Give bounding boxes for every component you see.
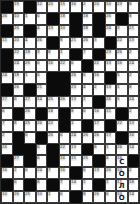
cell-r15c10[interactable]: 26 [105, 167, 117, 179]
cell-r16c12[interactable]: 18 [128, 179, 140, 191]
cell-number: 6 [60, 133, 63, 138]
cell-r16c6[interactable]: 7 [59, 179, 71, 191]
cell-r5c8[interactable]: 7 [82, 49, 94, 61]
cell-r14c8[interactable]: 25 [82, 155, 94, 167]
cell-number: 13 [129, 121, 135, 126]
cell-r1c10[interactable]: 10 [105, 1, 117, 13]
cell-r4c8[interactable]: 26 [82, 37, 94, 49]
cell-r1c6[interactable]: 15 [59, 1, 71, 13]
cell-r9c5[interactable]: 25 [47, 96, 59, 108]
cell-r15c8[interactable]: 6 [82, 167, 94, 179]
black-cell-r10c2 [13, 108, 25, 120]
black-cell-r12c11 [116, 132, 128, 144]
cell-number: 8 [83, 192, 86, 197]
black-cell-r11c6 [59, 120, 71, 132]
given-letter: О [117, 195, 127, 202]
black-cell-r13c3 [24, 144, 36, 156]
cell-r15c12[interactable]: 2 [128, 167, 140, 179]
cell-r6c11[interactable]: 16 [116, 60, 128, 72]
cell-number: 8 [94, 145, 97, 150]
cell-number: 22 [60, 145, 66, 150]
cell-number: 2 [129, 109, 132, 114]
cell-number: 8 [14, 121, 17, 126]
cell-r6c4[interactable]: 6 [36, 60, 48, 72]
cell-number: 13 [129, 38, 135, 43]
cell-number: 14 [129, 192, 135, 197]
codeword-grid: 1512201516220102382610161818268264131018… [0, 0, 140, 204]
cell-r12c12[interactable]: 16 [128, 132, 140, 144]
cell-number: 26 [14, 26, 20, 31]
cell-number: 26 [60, 97, 66, 102]
cell-number: 18 [48, 109, 54, 114]
cell-number: 1 [48, 192, 51, 197]
cell-number: 17 [2, 97, 8, 102]
cell-number: 26 [2, 14, 8, 19]
cell-number: 1 [83, 97, 86, 102]
cell-number: 20 [14, 38, 20, 43]
cell-r3c6[interactable]: 10 [59, 25, 71, 37]
cell-r4c9[interactable]: 3 [93, 37, 105, 49]
cell-r4c6[interactable]: 8 [59, 37, 71, 49]
cell-r9c11[interactable]: 5 [116, 96, 128, 108]
cell-r9c1[interactable]: 17 [1, 96, 13, 108]
cell-number: 23 [71, 85, 77, 90]
cell-r7c4[interactable]: 6 [36, 72, 48, 84]
cell-r7c8[interactable]: 6 [82, 72, 94, 84]
cell-r15c6[interactable]: 16 [59, 167, 71, 179]
cell-number: 6 [37, 145, 40, 150]
cell-number: 14 [71, 180, 77, 185]
cell-r8c2[interactable]: 26 [13, 84, 25, 96]
cell-r7c9[interactable]: 16 [93, 72, 105, 84]
cell-number: 10 [14, 14, 20, 19]
cell-r6c2[interactable]: 24 [13, 60, 25, 72]
black-cell-r13c8 [82, 144, 94, 156]
cell-r13c11[interactable]: 26 [116, 144, 128, 156]
cell-r16c10[interactable]: 1 [105, 179, 117, 191]
cell-number: 2 [83, 2, 86, 7]
cell-r17c12[interactable]: 14 [128, 191, 140, 203]
black-cell-r3c9 [93, 25, 105, 37]
cell-number: 8 [71, 109, 74, 114]
cell-r10c10[interactable]: 11 [105, 108, 117, 120]
cell-number: 1 [106, 145, 109, 150]
black-cell-r3c7 [70, 25, 82, 37]
cell-r15c11[interactable]: 10О [116, 167, 128, 179]
cell-r5c5[interactable]: 8 [47, 49, 59, 61]
black-cell-r6c1 [1, 60, 13, 72]
cell-number: 6 [25, 133, 28, 138]
cell-r10c12[interactable]: 2 [128, 108, 140, 120]
cell-number: 12 [37, 2, 43, 7]
cell-number: 15 [71, 156, 77, 161]
cell-number: 26 [37, 38, 43, 43]
cell-r15c3[interactable]: 6 [24, 167, 36, 179]
cell-number: 6 [37, 14, 40, 19]
cell-number: 24 [14, 61, 20, 66]
cell-number: 26 [48, 133, 54, 138]
cell-r12c10[interactable]: 17 [105, 132, 117, 144]
cell-r7c12[interactable]: 2 [128, 72, 140, 84]
cell-r9c7[interactable]: 13 [70, 96, 82, 108]
cell-number: 26 [106, 168, 112, 173]
cell-number: 26 [117, 145, 123, 150]
black-cell-r11c8 [82, 120, 94, 132]
cell-r2c3[interactable]: 1 [24, 13, 36, 25]
black-cell-r12c4 [36, 132, 48, 144]
cell-number: 18 [83, 14, 89, 19]
black-cell-r4c5 [47, 37, 59, 49]
cell-r6c7[interactable]: 6 [70, 60, 82, 72]
cell-r5c4[interactable]: 3 [36, 49, 48, 61]
black-cell-r8c5 [47, 84, 59, 96]
cell-number: 16 [60, 168, 66, 173]
cell-r4c4[interactable]: 26 [36, 37, 48, 49]
cell-number: 3 [117, 26, 120, 31]
cell-r4c1[interactable]: 11 [1, 37, 13, 49]
cell-r10c1[interactable]: 6 [1, 108, 13, 120]
cell-r11c11[interactable]: 22 [116, 120, 128, 132]
cell-r8c4[interactable]: 21 [36, 84, 48, 96]
cell-number: 6 [37, 73, 40, 78]
cell-r15c2[interactable]: 2 [13, 167, 25, 179]
cell-r14c11[interactable]: 16С [116, 155, 128, 167]
cell-r13c1[interactable]: 26 [1, 144, 13, 156]
cell-r8c8[interactable]: 4 [82, 84, 94, 96]
cell-r12c6[interactable]: 6 [59, 132, 71, 144]
cell-number: 16 [2, 168, 8, 173]
cell-number: 24 [2, 73, 8, 78]
cell-r10c5[interactable]: 18 [47, 108, 59, 120]
cell-r6c12[interactable]: 24 [128, 60, 140, 72]
cell-r11c7[interactable]: 1 [70, 120, 82, 132]
cell-number: 1 [117, 85, 120, 90]
cell-number: 22 [117, 121, 123, 126]
cell-r14c10[interactable]: 6 [105, 155, 117, 167]
cell-number: 25 [48, 97, 54, 102]
cell-r7c2[interactable]: 18 [13, 72, 25, 84]
cell-r1c7[interactable]: 16 [70, 1, 82, 13]
cell-number: 6 [106, 156, 109, 161]
cell-r14c4[interactable]: 6 [36, 155, 48, 167]
cell-r11c4[interactable]: 26 [36, 120, 48, 132]
cell-r11c3[interactable]: 25 [24, 120, 36, 132]
cell-number: 13 [106, 85, 112, 90]
cell-number: 26 [25, 109, 31, 114]
cell-r15c1[interactable]: 16 [1, 167, 13, 179]
cell-number: 7 [60, 180, 63, 185]
black-cell-r2c7 [70, 13, 82, 25]
cell-r16c4[interactable]: 8 [36, 179, 48, 191]
cell-number: 6 [14, 180, 17, 185]
cell-r2c6[interactable]: 18 [59, 13, 71, 25]
cell-r4c12[interactable]: 13 [128, 37, 140, 49]
cell-number: 3 [94, 38, 97, 43]
cell-r7c11[interactable]: 5 [116, 72, 128, 84]
cell-number: 13 [106, 61, 112, 66]
black-cell-r4c10 [105, 37, 117, 49]
black-cell-r8c1 [1, 84, 13, 96]
cell-r16c8[interactable]: 1 [82, 179, 94, 191]
cell-r5c6[interactable]: 1 [59, 49, 71, 61]
cell-r6c5[interactable]: 16 [47, 60, 59, 72]
cell-number: 26 [14, 85, 20, 90]
cell-number: 22 [94, 61, 100, 66]
black-cell-r5c1 [1, 49, 13, 61]
cell-number: 16 [60, 156, 66, 161]
cell-r9c8[interactable]: 1 [82, 96, 94, 108]
cell-number: 26 [117, 50, 123, 55]
cell-number: 6 [25, 168, 28, 173]
cell-r3c8[interactable]: 18 [82, 25, 94, 37]
cell-number: 26 [94, 133, 100, 138]
cell-r11c9[interactable]: 17 [93, 120, 105, 132]
cell-number: 24 [129, 61, 135, 66]
cell-number: 1 [60, 50, 63, 55]
black-cell-r14c12 [128, 155, 140, 167]
cell-r17c4[interactable]: 10 [36, 191, 48, 203]
cell-number: 8 [37, 180, 40, 185]
black-cell-r7c5 [47, 72, 59, 84]
cell-r16c7[interactable]: 14 [70, 179, 82, 191]
cell-r10c7[interactable]: 8 [70, 108, 82, 120]
cell-r12c5[interactable]: 26 [47, 132, 59, 144]
cell-r4c11[interactable]: 22 [116, 37, 128, 49]
cell-number: 16 [94, 109, 100, 114]
cell-number: 21 [37, 85, 43, 90]
cell-r6c3[interactable]: 25 [24, 60, 36, 72]
cell-number: 10 [2, 192, 8, 197]
cell-r12c9[interactable]: 26 [93, 132, 105, 144]
cell-r11c1[interactable]: 7 [1, 120, 13, 132]
cell-r1c2[interactable]: 15 [13, 1, 25, 13]
black-cell-r17c7 [70, 191, 82, 203]
cell-number: 27 [25, 97, 31, 102]
cell-number: 26 [94, 192, 100, 197]
cell-r1c11[interactable]: 23 [116, 1, 128, 13]
cell-r3c2[interactable]: 26 [13, 25, 25, 37]
black-cell-r14c1 [1, 155, 13, 167]
cell-number: 2 [94, 85, 97, 90]
cell-number: 6 [83, 73, 86, 78]
cell-r13c6[interactable]: 22 [59, 144, 71, 156]
cell-number: 2 [129, 50, 132, 55]
cell-r7c7[interactable]: 26 [70, 72, 82, 84]
black-cell-r16c5 [47, 179, 59, 191]
cell-r6c9[interactable]: 22 [93, 60, 105, 72]
black-cell-r8c3 [24, 84, 36, 96]
cell-r2c1[interactable]: 26 [1, 13, 13, 25]
cell-r2c12[interactable]: 8 [128, 13, 140, 25]
cell-r12c1[interactable]: 2 [1, 132, 13, 144]
cell-r1c9[interactable]: 20 [93, 1, 105, 13]
cell-r10c8[interactable]: 6 [82, 108, 94, 120]
cell-r6c10[interactable]: 13 [105, 60, 117, 72]
cell-number: 4 [37, 26, 40, 31]
cell-number: 8 [60, 38, 63, 43]
cell-number: 13 [71, 97, 77, 102]
cell-r13c10[interactable]: 1 [105, 144, 117, 156]
cell-r14c7[interactable]: 15 [70, 155, 82, 167]
cell-r7c3[interactable]: 1 [24, 72, 36, 84]
cell-r9c12[interactable]: 24 [128, 96, 140, 108]
cell-number: 13 [71, 145, 77, 150]
cell-number: 21 [129, 26, 135, 31]
cell-r1c5[interactable]: 20 [47, 1, 59, 13]
black-cell-r5c7 [70, 49, 82, 61]
black-cell-r7c6 [59, 72, 71, 84]
cell-r9c2[interactable]: 6 [13, 96, 25, 108]
cell-r4c3[interactable]: 4 [24, 37, 36, 49]
cell-number: 22 [117, 38, 123, 43]
cell-number: 6 [60, 192, 63, 197]
cell-number: 6 [83, 109, 86, 114]
cell-r17c5[interactable]: 1 [47, 191, 59, 203]
cell-number: 26 [83, 133, 89, 138]
cell-r2c10[interactable]: 26 [105, 13, 117, 25]
cell-number: 6 [2, 109, 5, 114]
cell-r3c12[interactable]: 21 [128, 25, 140, 37]
cell-r13c9[interactable]: 8 [93, 144, 105, 156]
cell-r11c12[interactable]: 13 [128, 120, 140, 132]
cell-r8c7[interactable]: 23 [70, 84, 82, 96]
cell-r3c10[interactable]: 24 [105, 25, 117, 37]
cell-number: 10 [60, 26, 66, 31]
cell-number: 20 [94, 2, 100, 7]
cell-r5c12[interactable]: 2 [128, 49, 140, 61]
black-cell-r2c11 [116, 13, 128, 25]
cell-r9c3[interactable]: 27 [24, 96, 36, 108]
cell-r8c10[interactable]: 13 [105, 84, 117, 96]
cell-r12c7[interactable]: 24 [70, 132, 82, 144]
cell-r8c9[interactable]: 2 [93, 84, 105, 96]
cell-number: 6 [37, 61, 40, 66]
cell-r17c8[interactable]: 8 [82, 191, 94, 203]
cell-r9c10[interactable]: 26 [105, 96, 117, 108]
cell-number: 24 [37, 168, 43, 173]
cell-number: 4 [83, 85, 86, 90]
cell-r7c1[interactable]: 24 [1, 72, 13, 84]
given-letter: О [117, 171, 127, 178]
cell-r5c3[interactable]: 18 [24, 49, 36, 61]
cell-number: 25 [25, 61, 31, 66]
black-cell-r2c9 [93, 13, 105, 25]
cell-r4c2[interactable]: 20 [13, 37, 25, 49]
cell-number: 1 [83, 180, 86, 185]
cell-r5c11[interactable]: 26 [116, 49, 128, 61]
cell-r11c2[interactable]: 8 [13, 120, 25, 132]
cell-r2c4[interactable]: 6 [36, 13, 48, 25]
cell-number: 22 [60, 61, 66, 66]
cell-number: 5 [117, 97, 120, 102]
cell-r17c2[interactable]: 26 [13, 191, 25, 203]
black-cell-r16c3 [24, 179, 36, 191]
cell-number: 17 [94, 121, 100, 126]
cell-r17c3[interactable]: 25 [24, 191, 36, 203]
black-cell-r3c3 [24, 25, 36, 37]
cell-r3c4[interactable]: 4 [36, 25, 48, 37]
cell-r13c7[interactable]: 13 [70, 144, 82, 156]
cell-r8c12[interactable]: 8 [128, 84, 140, 96]
cell-r12c3[interactable]: 6 [24, 132, 36, 144]
black-cell-r14c5 [47, 155, 59, 167]
cell-number: 11 [2, 38, 8, 43]
cell-r3c5[interactable]: 13 [47, 25, 59, 37]
cell-number: 16 [117, 61, 123, 66]
cell-number: 2 [129, 168, 132, 173]
cell-number: 16 [129, 133, 135, 138]
cell-r1c8[interactable]: 2 [82, 1, 94, 13]
cell-r4c7[interactable]: 21 [70, 37, 82, 49]
cell-r2c8[interactable]: 18 [82, 13, 94, 25]
cell-r12c8[interactable]: 26 [82, 132, 94, 144]
cell-r16c11[interactable]: 11Л [116, 179, 128, 191]
cell-number: 7 [83, 50, 86, 55]
black-cell-r10c6 [59, 108, 71, 120]
cell-r17c9[interactable]: 26 [93, 191, 105, 203]
cell-r2c2[interactable]: 10 [13, 13, 25, 25]
black-cell-r11c10 [105, 120, 117, 132]
cell-r13c4[interactable]: 6 [36, 144, 48, 156]
cell-r9c4[interactable]: 14 [36, 96, 48, 108]
cell-r1c4[interactable]: 12 [36, 1, 48, 13]
cell-number: 25 [25, 121, 31, 126]
cell-r13c12[interactable]: 14 [128, 144, 140, 156]
cell-r16c2[interactable]: 6 [13, 179, 25, 191]
cell-r1c12[interactable]: 8 [128, 1, 140, 13]
cell-number: 11 [106, 109, 112, 114]
cell-number: 10 [106, 2, 112, 7]
cell-number: 18 [14, 73, 20, 78]
cell-number: 18 [83, 26, 89, 31]
cell-number: 18 [60, 14, 66, 19]
cell-number: 26 [106, 14, 112, 19]
cell-number: 18 [129, 180, 135, 185]
cell-r5c10[interactable]: 23 [105, 49, 117, 61]
cell-r6c6[interactable]: 22 [59, 60, 71, 72]
cell-number: 15 [14, 2, 20, 7]
cell-r17c10[interactable]: 6 [105, 191, 117, 203]
cell-r17c6[interactable]: 6 [59, 191, 71, 203]
cell-r8c11[interactable]: 1 [116, 84, 128, 96]
cell-r5c2[interactable]: 22 [13, 49, 25, 61]
cell-number: 26 [71, 73, 77, 78]
cell-number: 16 [71, 2, 77, 7]
black-cell-r14c9 [93, 155, 105, 167]
cell-number: 18 [25, 50, 31, 55]
cell-r14c2[interactable]: 27 [13, 155, 25, 167]
cell-number: 6 [71, 61, 74, 66]
cell-r11c5[interactable]: 22 [47, 120, 59, 132]
black-cell-r3c1 [1, 25, 13, 37]
cell-r3c11[interactable]: 3 [116, 25, 128, 37]
cell-number: 22 [48, 121, 54, 126]
black-cell-r15c7 [70, 167, 82, 179]
cell-r14c6[interactable]: 16 [59, 155, 71, 167]
cell-r15c5[interactable]: 7 [47, 167, 59, 179]
cell-r15c9[interactable]: 13 [93, 167, 105, 179]
cell-r17c11[interactable]: 10О [116, 191, 128, 203]
cell-number: 16 [48, 61, 54, 66]
cell-number: 1 [25, 73, 28, 78]
cell-number: 22 [14, 50, 20, 55]
cell-number: 27 [14, 156, 20, 161]
cell-r15c4[interactable]: 24 [36, 167, 48, 179]
cell-r17c1[interactable]: 10 [1, 191, 13, 203]
cell-r9c6[interactable]: 26 [59, 96, 71, 108]
cell-r10c3[interactable]: 26 [24, 108, 36, 120]
cell-r10c9[interactable]: 16 [93, 108, 105, 120]
